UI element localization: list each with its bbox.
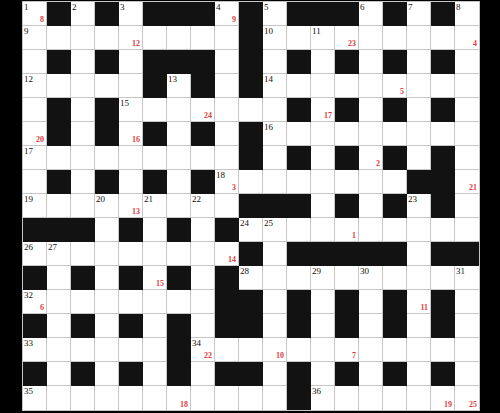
clue-number: 11: [312, 26, 321, 36]
cell-r6-c10: [239, 122, 263, 146]
cell-r1-c16: [383, 2, 407, 26]
cell-r2-c11[interactable]: 10: [263, 26, 287, 50]
cell-r11-c2[interactable]: 27: [47, 242, 71, 266]
red-number: 6: [40, 304, 44, 312]
cell-r17-c8[interactable]: [191, 386, 215, 410]
cell-r1-c18: [431, 2, 455, 26]
cell-r3-c13[interactable]: [311, 50, 335, 74]
cell-r17-c9[interactable]: [215, 386, 239, 410]
cell-r4-c14[interactable]: [335, 74, 359, 98]
cell-r14-c3: [71, 314, 95, 338]
crossword-page: 1823495678912101123412131451524172016161…: [0, 0, 500, 413]
red-number: 1: [352, 232, 356, 240]
cell-r2-c18[interactable]: [431, 26, 455, 50]
cell-r2-c8[interactable]: [191, 26, 215, 50]
cell-r13-c15[interactable]: [359, 290, 383, 314]
cell-r17-c16[interactable]: [383, 386, 407, 410]
cell-r5-c8[interactable]: 24: [191, 98, 215, 122]
cell-r17-c18[interactable]: 19: [431, 386, 455, 410]
cell-r12-c7: [167, 266, 191, 290]
red-number: 8: [40, 16, 44, 24]
cell-r9-c3[interactable]: [71, 194, 95, 218]
cell-r10-c8[interactable]: [191, 218, 215, 242]
cell-r2-c15[interactable]: [359, 26, 383, 50]
clue-number: 9: [24, 26, 29, 36]
cell-r14-c19[interactable]: [455, 314, 479, 338]
cell-r17-c13[interactable]: 36: [311, 386, 335, 410]
cell-r4-c13[interactable]: [311, 74, 335, 98]
cell-r14-c4[interactable]: [95, 314, 119, 338]
cell-r12-c10[interactable]: 28: [239, 266, 263, 290]
cell-r15-c5[interactable]: [119, 338, 143, 362]
cell-r4-c1[interactable]: 12: [23, 74, 47, 98]
cell-r17-c19[interactable]: 25: [455, 386, 479, 410]
cell-r9-c17[interactable]: 23: [407, 194, 431, 218]
cell-r15-c2[interactable]: [47, 338, 71, 362]
cell-r8-c12[interactable]: [287, 170, 311, 194]
cell-r4-c15[interactable]: [359, 74, 383, 98]
cell-r4-c4[interactable]: [95, 74, 119, 98]
cell-r16-c8[interactable]: [191, 362, 215, 386]
cell-r5-c14: [335, 98, 359, 122]
cell-r8-c16[interactable]: [383, 170, 407, 194]
cell-r7-c2[interactable]: [47, 146, 71, 170]
cell-r5-c4: [95, 98, 119, 122]
cell-r8-c7[interactable]: [167, 170, 191, 194]
cell-r6-c11[interactable]: 16: [263, 122, 287, 146]
red-number: 25: [469, 401, 477, 409]
cell-r8-c11[interactable]: [263, 170, 287, 194]
cell-r16-c5: [119, 362, 143, 386]
clue-number: 16: [264, 122, 273, 132]
cell-r7-c1[interactable]: 17: [23, 146, 47, 170]
cell-r5-c7[interactable]: [167, 98, 191, 122]
cell-r8-c3[interactable]: [71, 170, 95, 194]
cell-r12-c12[interactable]: [287, 266, 311, 290]
cell-r6-c14[interactable]: [335, 122, 359, 146]
cell-r8-c19[interactable]: 21: [455, 170, 479, 194]
cell-r12-c15[interactable]: 30: [359, 266, 383, 290]
cell-r15-c14[interactable]: 7: [335, 338, 359, 362]
cell-r11-c17[interactable]: [407, 242, 431, 266]
cell-r12-c11[interactable]: [263, 266, 287, 290]
cell-r15-c6[interactable]: [143, 338, 167, 362]
cell-r11-c7[interactable]: [167, 242, 191, 266]
cell-r8-c18: [431, 170, 455, 194]
cell-r1-c1[interactable]: 18: [23, 2, 47, 26]
cell-r17-c12: [287, 386, 311, 410]
cell-r8-c14[interactable]: [335, 170, 359, 194]
clue-number: 26: [24, 242, 33, 252]
cell-r13-c8[interactable]: [191, 290, 215, 314]
cell-r6-c15[interactable]: [359, 122, 383, 146]
cell-r3-c19[interactable]: [455, 50, 479, 74]
cell-r5-c13[interactable]: 17: [311, 98, 335, 122]
cell-r12-c4[interactable]: [95, 266, 119, 290]
cell-r1-c3[interactable]: 2: [71, 2, 95, 26]
cell-r3-c5[interactable]: [119, 50, 143, 74]
cell-r16-c2[interactable]: [47, 362, 71, 386]
cell-r6-c19[interactable]: [455, 122, 479, 146]
cell-r15-c15[interactable]: [359, 338, 383, 362]
red-number: 14: [228, 256, 236, 264]
cell-r12-c9: [215, 266, 239, 290]
cell-r10-c11[interactable]: 25: [263, 218, 287, 242]
cell-r4-c7[interactable]: 13: [167, 74, 191, 98]
clue-number: 5: [264, 2, 269, 12]
cell-r15-c11[interactable]: 10: [263, 338, 287, 362]
red-number: 2: [376, 160, 380, 168]
cell-r1-c5[interactable]: 3: [119, 2, 143, 26]
cell-r17-c5[interactable]: [119, 386, 143, 410]
cell-r9-c11: [263, 194, 287, 218]
cell-r13-c17[interactable]: 11: [407, 290, 431, 314]
cell-r11-c9[interactable]: 14: [215, 242, 239, 266]
cell-r10-c15[interactable]: [359, 218, 383, 242]
cell-r3-c11[interactable]: [263, 50, 287, 74]
cell-r7-c17[interactable]: [407, 146, 431, 170]
cell-r6-c12[interactable]: [287, 122, 311, 146]
cell-r9-c8[interactable]: 22: [191, 194, 215, 218]
cell-r4-c12[interactable]: [287, 74, 311, 98]
cell-r2-c3[interactable]: [71, 26, 95, 50]
cell-r13-c6[interactable]: [143, 290, 167, 314]
cell-r15-c19[interactable]: [455, 338, 479, 362]
cell-r10-c19[interactable]: [455, 218, 479, 242]
cell-r5-c1[interactable]: [23, 98, 47, 122]
cell-r10-c17[interactable]: [407, 218, 431, 242]
cell-r15-c3[interactable]: [71, 338, 95, 362]
cell-r3-c6: [143, 50, 167, 74]
cell-r10-c12[interactable]: [287, 218, 311, 242]
cell-r3-c1[interactable]: [23, 50, 47, 74]
cell-r15-c18[interactable]: [431, 338, 455, 362]
clue-number: 15: [120, 98, 129, 108]
cell-r6-c7[interactable]: [167, 122, 191, 146]
cell-r9-c1[interactable]: 19: [23, 194, 47, 218]
cell-r10-c10[interactable]: 24: [239, 218, 263, 242]
cell-r16-c17[interactable]: [407, 362, 431, 386]
cell-r3-c16: [383, 50, 407, 74]
clue-number: 28: [240, 266, 249, 276]
cell-r17-c17[interactable]: [407, 386, 431, 410]
cell-r12-c19[interactable]: 31: [455, 266, 479, 290]
cell-r2-c4[interactable]: [95, 26, 119, 50]
cell-r8-c17: [407, 170, 431, 194]
clue-number: 19: [24, 194, 33, 204]
cell-r9-c19[interactable]: [455, 194, 479, 218]
cell-r7-c7[interactable]: [167, 146, 191, 170]
cell-r15-c13[interactable]: [311, 338, 335, 362]
cell-r4-c3[interactable]: [71, 74, 95, 98]
cell-r16-c6[interactable]: [143, 362, 167, 386]
cell-r17-c1[interactable]: 35: [23, 386, 47, 410]
cell-r17-c10[interactable]: [239, 386, 263, 410]
cell-r17-c15[interactable]: [359, 386, 383, 410]
cell-r17-c6[interactable]: [143, 386, 167, 410]
cell-r11-c3[interactable]: [71, 242, 95, 266]
cell-r17-c2[interactable]: [47, 386, 71, 410]
cell-r17-c14[interactable]: [335, 386, 359, 410]
cell-r6-c1[interactable]: 20: [23, 122, 47, 146]
cell-r13-c4[interactable]: [95, 290, 119, 314]
cell-r1-c11[interactable]: 5: [263, 2, 287, 26]
cell-r3-c4: [95, 50, 119, 74]
cell-r9-c9[interactable]: [215, 194, 239, 218]
cell-r9-c5[interactable]: 13: [119, 194, 143, 218]
cell-r12-c2[interactable]: [47, 266, 71, 290]
cell-r14-c11[interactable]: [263, 314, 287, 338]
clue-number: 7: [408, 2, 413, 12]
red-number: 17: [324, 112, 332, 120]
cell-r9-c7[interactable]: [167, 194, 191, 218]
cell-r2-c17[interactable]: [407, 26, 431, 50]
cell-r13-c2[interactable]: [47, 290, 71, 314]
cell-r8-c2: [47, 170, 71, 194]
cell-r5-c15[interactable]: [359, 98, 383, 122]
cell-r8-c4: [95, 170, 119, 194]
clue-number: 33: [24, 338, 33, 348]
cell-r4-c9[interactable]: [215, 74, 239, 98]
cell-r7-c11[interactable]: [263, 146, 287, 170]
cell-r12-c6[interactable]: 15: [143, 266, 167, 290]
cell-r10-c16[interactable]: [383, 218, 407, 242]
cell-r5-c3[interactable]: [71, 98, 95, 122]
cell-r7-c13[interactable]: [311, 146, 335, 170]
cell-r10-c13[interactable]: [311, 218, 335, 242]
red-number: 12: [132, 40, 140, 48]
cell-r9-c4[interactable]: 20: [95, 194, 119, 218]
cell-r12-c17[interactable]: [407, 266, 431, 290]
cell-r14-c16: [383, 314, 407, 338]
cell-r14-c15[interactable]: [359, 314, 383, 338]
cell-r8-c13[interactable]: [311, 170, 335, 194]
cell-r16-c19[interactable]: [455, 362, 479, 386]
cell-r7-c15[interactable]: 2: [359, 146, 383, 170]
clue-number: 2: [72, 2, 77, 12]
cell-r16-c1: [23, 362, 47, 386]
cell-r1-c13: [311, 2, 335, 26]
cell-r9-c14: [335, 194, 359, 218]
cell-r16-c13[interactable]: [311, 362, 335, 386]
cell-r14-c6[interactable]: [143, 314, 167, 338]
cell-r9-c6[interactable]: 21: [143, 194, 167, 218]
cell-r6-c17[interactable]: [407, 122, 431, 146]
cell-r5-c5[interactable]: 15: [119, 98, 143, 122]
cell-r12-c14[interactable]: [335, 266, 359, 290]
cell-r9-c15[interactable]: [359, 194, 383, 218]
cell-r13-c5[interactable]: [119, 290, 143, 314]
cell-r12-c16[interactable]: [383, 266, 407, 290]
cell-r13-c3[interactable]: [71, 290, 95, 314]
cell-r13-c10: [239, 290, 263, 314]
cell-r2-c19[interactable]: 4: [455, 26, 479, 50]
cell-r4-c19[interactable]: [455, 74, 479, 98]
cell-r7-c4[interactable]: [95, 146, 119, 170]
cell-r6-c13[interactable]: [311, 122, 335, 146]
cell-r2-c1[interactable]: 9: [23, 26, 47, 50]
cell-r15-c9[interactable]: [215, 338, 239, 362]
cell-r13-c19[interactable]: [455, 290, 479, 314]
cell-r15-c17[interactable]: [407, 338, 431, 362]
cell-r13-c1[interactable]: 326: [23, 290, 47, 314]
cell-r14-c8[interactable]: [191, 314, 215, 338]
cell-r6-c16[interactable]: [383, 122, 407, 146]
cell-r10-c1: [23, 218, 47, 242]
red-number: 23: [348, 40, 356, 48]
cell-r11-c16: [383, 242, 407, 266]
cell-r10-c14[interactable]: 1: [335, 218, 359, 242]
cell-r12-c13[interactable]: 29: [311, 266, 335, 290]
clue-number: 31: [456, 266, 465, 276]
cell-r17-c7[interactable]: 18: [167, 386, 191, 410]
cell-r16-c10: [239, 362, 263, 386]
cell-r1-c9[interactable]: 49: [215, 2, 239, 26]
cell-r7-c3[interactable]: [71, 146, 95, 170]
cell-r7-c9[interactable]: [215, 146, 239, 170]
cell-r15-c1[interactable]: 33: [23, 338, 47, 362]
cell-r11-c4[interactable]: [95, 242, 119, 266]
crossword-board: 1823495678912101123412131451524172016161…: [22, 1, 480, 411]
cell-r10-c7: [167, 218, 191, 242]
cell-r17-c3[interactable]: [71, 386, 95, 410]
cell-r5-c10[interactable]: [239, 98, 263, 122]
cell-r7-c8[interactable]: [191, 146, 215, 170]
cell-r16-c11[interactable]: [263, 362, 287, 386]
cell-r2-c5[interactable]: 12: [119, 26, 143, 50]
cell-r3-c15[interactable]: [359, 50, 383, 74]
cell-r5-c16: [383, 98, 407, 122]
cell-r2-c6[interactable]: [143, 26, 167, 50]
cell-r2-c14[interactable]: 23: [335, 26, 359, 50]
cell-r13-c9: [215, 290, 239, 314]
cell-r10-c5: [119, 218, 143, 242]
cell-r10-c6[interactable]: [143, 218, 167, 242]
cell-r1-c15[interactable]: 6: [359, 2, 383, 26]
cell-r2-c9[interactable]: [215, 26, 239, 50]
cell-r5-c2: [47, 98, 71, 122]
cell-r13-c16: [383, 290, 407, 314]
cell-r6-c5[interactable]: 16: [119, 122, 143, 146]
cell-r11-c8[interactable]: [191, 242, 215, 266]
cell-r7-c5[interactable]: [119, 146, 143, 170]
cell-r8-c5[interactable]: [119, 170, 143, 194]
cell-r10-c4[interactable]: [95, 218, 119, 242]
cell-r15-c10[interactable]: [239, 338, 263, 362]
cell-r3-c9[interactable]: [215, 50, 239, 74]
cell-r11-c11[interactable]: [263, 242, 287, 266]
red-number: 21: [469, 184, 477, 192]
cell-r9-c2[interactable]: [47, 194, 71, 218]
cell-r14-c2[interactable]: [47, 314, 71, 338]
cell-r2-c7[interactable]: [167, 26, 191, 50]
cell-r7-c6[interactable]: [143, 146, 167, 170]
cell-r14-c17[interactable]: [407, 314, 431, 338]
cell-r5-c9[interactable]: [215, 98, 239, 122]
cell-r4-c11[interactable]: 14: [263, 74, 287, 98]
cell-r12-c18[interactable]: [431, 266, 455, 290]
clue-number: 23: [408, 194, 417, 204]
cell-r6-c8: [191, 122, 215, 146]
cell-r6-c6: [143, 122, 167, 146]
cell-r6-c9[interactable]: [215, 122, 239, 146]
cell-r5-c17[interactable]: [407, 98, 431, 122]
cell-r16-c15[interactable]: [359, 362, 383, 386]
cell-r15-c4[interactable]: [95, 338, 119, 362]
cell-r8-c10[interactable]: [239, 170, 263, 194]
cell-r4-c17[interactable]: [407, 74, 431, 98]
cell-r4-c5[interactable]: [119, 74, 143, 98]
cell-r11-c6[interactable]: [143, 242, 167, 266]
cell-r14-c13[interactable]: [311, 314, 335, 338]
cell-r15-c12[interactable]: [287, 338, 311, 362]
cell-r13-c11[interactable]: [263, 290, 287, 314]
cell-r3-c3[interactable]: [71, 50, 95, 74]
cell-r13-c7[interactable]: [167, 290, 191, 314]
cell-r11-c5[interactable]: [119, 242, 143, 266]
cell-r15-c16[interactable]: [383, 338, 407, 362]
cell-r10-c9: [215, 218, 239, 242]
clue-number: 14: [264, 74, 273, 84]
clue-number: 34: [192, 338, 201, 348]
cell-r8-c9[interactable]: 183: [215, 170, 239, 194]
cell-r2-c13[interactable]: 11: [311, 26, 335, 50]
cell-r11-c15: [359, 242, 383, 266]
clue-number: 21: [144, 194, 153, 204]
cell-r11-c14: [335, 242, 359, 266]
cell-r9-c13[interactable]: [311, 194, 335, 218]
cell-r5-c6[interactable]: [143, 98, 167, 122]
clue-number: 36: [312, 386, 321, 396]
cell-r4-c16[interactable]: 5: [383, 74, 407, 98]
cell-r11-c1[interactable]: 26: [23, 242, 47, 266]
cell-r9-c10: [239, 194, 263, 218]
cell-r6-c4: [95, 122, 119, 146]
cell-r7-c19[interactable]: [455, 146, 479, 170]
clue-number: 17: [24, 146, 33, 156]
cell-r6-c3[interactable]: [71, 122, 95, 146]
cell-r6-c18[interactable]: [431, 122, 455, 146]
cell-r10-c18[interactable]: [431, 218, 455, 242]
cell-r3-c17[interactable]: [407, 50, 431, 74]
cell-r7-c14: [335, 146, 359, 170]
cell-r3-c18: [431, 50, 455, 74]
cell-r13-c13[interactable]: [311, 290, 335, 314]
cell-r4-c18[interactable]: [431, 74, 455, 98]
clue-number: 10: [264, 26, 273, 36]
cell-r2-c12[interactable]: [287, 26, 311, 50]
cell-r1-c19[interactable]: 8: [455, 2, 479, 26]
cell-r3-c2: [47, 50, 71, 74]
cell-r5-c19[interactable]: [455, 98, 479, 122]
cell-r17-c11[interactable]: [263, 386, 287, 410]
cell-r17-c4[interactable]: [95, 386, 119, 410]
cell-r2-c2[interactable]: [47, 26, 71, 50]
cell-r11-c13: [311, 242, 335, 266]
cell-r12-c8[interactable]: [191, 266, 215, 290]
cell-r16-c12: [287, 362, 311, 386]
cell-r5-c11[interactable]: [263, 98, 287, 122]
cell-r2-c10: [239, 26, 263, 50]
cell-r8-c1[interactable]: [23, 170, 47, 194]
cell-r15-c8[interactable]: 3422: [191, 338, 215, 362]
cell-r8-c15[interactable]: [359, 170, 383, 194]
cell-r4-c2[interactable]: [47, 74, 71, 98]
cell-r16-c4[interactable]: [95, 362, 119, 386]
cell-r1-c17[interactable]: 7: [407, 2, 431, 26]
cell-r7-c16: [383, 146, 407, 170]
cell-r2-c16[interactable]: [383, 26, 407, 50]
